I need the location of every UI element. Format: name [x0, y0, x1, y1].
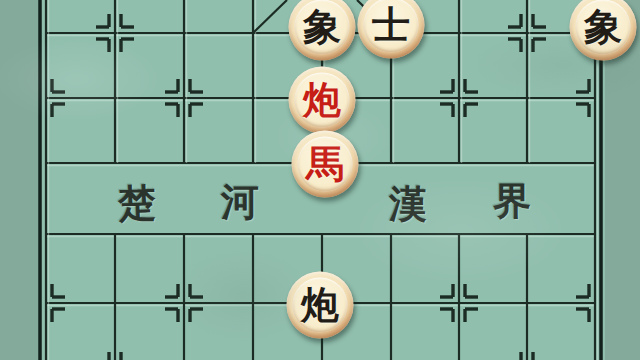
river-label: 漢 — [389, 185, 428, 224]
piece-face: 炮 — [293, 278, 348, 333]
piece-red-horse[interactable]: 馬 — [292, 131, 359, 198]
palace-diagonal — [253, 0, 287, 33]
piece-glyph: 士 — [372, 5, 410, 43]
piece-glyph: 炮 — [301, 285, 339, 323]
river-label: 楚 — [117, 183, 156, 222]
piece-face: 象 — [576, 0, 631, 55]
piece-face: 士 — [364, 0, 419, 53]
piece-glyph: 馬 — [306, 144, 344, 182]
river-label: 界 — [493, 182, 531, 220]
river-label: 河 — [221, 183, 259, 221]
piece-glyph: 象 — [584, 7, 622, 45]
piece-face: 馬 — [298, 137, 353, 192]
piece-glyph: 炮 — [303, 80, 341, 118]
piece-face: 象 — [295, 0, 350, 55]
xiangqi-board[interactable]: 楚河漢界象士象炮馬炮 — [0, 0, 640, 360]
piece-face: 炮 — [295, 73, 350, 128]
piece-black-cannon[interactable]: 炮 — [287, 272, 354, 339]
piece-glyph: 象 — [303, 7, 341, 45]
piece-red-cannon[interactable]: 炮 — [289, 67, 356, 134]
